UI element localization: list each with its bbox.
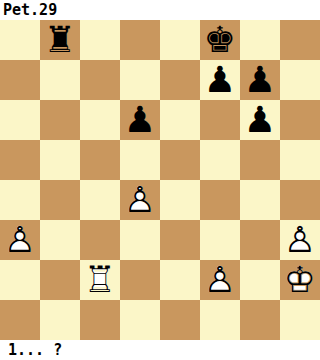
- white-pawn-icon: ♟♙: [120, 180, 160, 220]
- square-d7[interactable]: [120, 60, 160, 100]
- black-pawn-icon: ♟: [240, 60, 280, 100]
- square-b3[interactable]: [40, 220, 80, 260]
- square-e7[interactable]: [160, 60, 200, 100]
- square-e1[interactable]: [160, 300, 200, 340]
- square-a5[interactable]: [0, 140, 40, 180]
- square-d3[interactable]: [120, 220, 160, 260]
- square-c3[interactable]: [80, 220, 120, 260]
- square-e4[interactable]: [160, 180, 200, 220]
- square-c6[interactable]: [80, 100, 120, 140]
- square-g5[interactable]: [240, 140, 280, 180]
- square-h3[interactable]: ♟♙: [280, 220, 320, 260]
- square-g6[interactable]: ♟: [240, 100, 280, 140]
- square-c1[interactable]: [80, 300, 120, 340]
- square-f2[interactable]: ♟♙: [200, 260, 240, 300]
- square-a8[interactable]: [0, 20, 40, 60]
- square-e2[interactable]: [160, 260, 200, 300]
- square-f6[interactable]: [200, 100, 240, 140]
- square-h7[interactable]: [280, 60, 320, 100]
- black-rook-icon: ♜: [40, 20, 80, 60]
- square-f3[interactable]: [200, 220, 240, 260]
- move-prompt: 1... ?: [8, 341, 62, 359]
- square-a4[interactable]: [0, 180, 40, 220]
- square-f7[interactable]: ♟: [200, 60, 240, 100]
- square-c4[interactable]: [80, 180, 120, 220]
- square-b6[interactable]: [40, 100, 80, 140]
- white-rook-icon: ♜♖: [80, 260, 120, 300]
- square-d6[interactable]: ♟: [120, 100, 160, 140]
- square-c5[interactable]: [80, 140, 120, 180]
- square-f5[interactable]: [200, 140, 240, 180]
- white-pawn-icon: ♟♙: [0, 220, 40, 260]
- square-h6[interactable]: [280, 100, 320, 140]
- black-pawn-icon: ♟: [240, 100, 280, 140]
- square-c8[interactable]: [80, 20, 120, 60]
- white-king-icon: ♚♔: [280, 260, 320, 300]
- square-b2[interactable]: [40, 260, 80, 300]
- square-d5[interactable]: [120, 140, 160, 180]
- square-f8[interactable]: ♚: [200, 20, 240, 60]
- square-b1[interactable]: [40, 300, 80, 340]
- square-b5[interactable]: [40, 140, 80, 180]
- square-e3[interactable]: [160, 220, 200, 260]
- square-d2[interactable]: [120, 260, 160, 300]
- white-pawn-icon: ♟♙: [200, 260, 240, 300]
- black-pawn-icon: ♟: [200, 60, 240, 100]
- white-pawn-icon: ♟♙: [280, 220, 320, 260]
- square-a3[interactable]: ♟♙: [0, 220, 40, 260]
- square-g1[interactable]: [240, 300, 280, 340]
- square-f4[interactable]: [200, 180, 240, 220]
- square-b8[interactable]: ♜: [40, 20, 80, 60]
- square-h1[interactable]: [280, 300, 320, 340]
- square-e5[interactable]: [160, 140, 200, 180]
- square-a1[interactable]: [0, 300, 40, 340]
- square-a7[interactable]: [0, 60, 40, 100]
- square-c7[interactable]: [80, 60, 120, 100]
- square-h2[interactable]: ♚♔: [280, 260, 320, 300]
- square-a2[interactable]: [0, 260, 40, 300]
- square-c2[interactable]: ♜♖: [80, 260, 120, 300]
- square-g2[interactable]: [240, 260, 280, 300]
- square-a6[interactable]: [0, 100, 40, 140]
- square-b4[interactable]: [40, 180, 80, 220]
- square-g4[interactable]: [240, 180, 280, 220]
- black-king-icon: ♚: [200, 20, 240, 60]
- square-g7[interactable]: ♟: [240, 60, 280, 100]
- square-h5[interactable]: [280, 140, 320, 180]
- square-h8[interactable]: [280, 20, 320, 60]
- square-e6[interactable]: [160, 100, 200, 140]
- square-g8[interactable]: [240, 20, 280, 60]
- square-d1[interactable]: [120, 300, 160, 340]
- square-f1[interactable]: [200, 300, 240, 340]
- diagram-title: Pet.29: [3, 1, 57, 19]
- square-e8[interactable]: [160, 20, 200, 60]
- square-g3[interactable]: [240, 220, 280, 260]
- square-b7[interactable]: [40, 60, 80, 100]
- square-d4[interactable]: ♟♙: [120, 180, 160, 220]
- square-h4[interactable]: [280, 180, 320, 220]
- square-d8[interactable]: [120, 20, 160, 60]
- chess-board: ♜♚♟♟♟♟♟♙♟♙♟♙♜♖♟♙♚♔: [0, 20, 320, 340]
- black-pawn-icon: ♟: [120, 100, 160, 140]
